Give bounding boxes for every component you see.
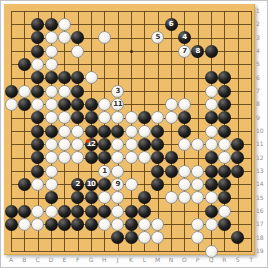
black-stone[interactable] (5, 218, 18, 231)
black-stone[interactable] (85, 98, 98, 111)
white-stone[interactable] (191, 138, 204, 151)
white-stone[interactable] (45, 205, 58, 218)
white-stone[interactable] (71, 138, 84, 151)
row-label: 11 (256, 141, 268, 147)
row-label: 13 (256, 168, 268, 174)
black-stone[interactable] (151, 178, 164, 191)
black-stone[interactable] (31, 165, 44, 178)
white-stone[interactable] (58, 138, 71, 151)
white-stone[interactable] (111, 205, 124, 218)
white-stone[interactable] (178, 98, 191, 111)
white-stone[interactable] (138, 151, 151, 164)
row-label: 6 (256, 75, 268, 81)
black-stone[interactable] (231, 165, 244, 178)
star-point (130, 50, 133, 53)
white-stone[interactable] (125, 125, 138, 138)
black-stone[interactable] (18, 58, 31, 71)
white-stone[interactable] (45, 165, 58, 178)
black-stone[interactable] (71, 218, 84, 231)
white-stone[interactable] (125, 111, 138, 124)
white-stone[interactable] (191, 218, 204, 231)
move-number: 9 (115, 181, 119, 188)
black-stone[interactable] (125, 231, 138, 244)
row-label: 18 (256, 235, 268, 241)
white-stone[interactable] (45, 178, 58, 191)
black-stone[interactable] (18, 205, 31, 218)
white-stone[interactable] (138, 125, 151, 138)
black-stone[interactable] (138, 111, 151, 124)
black-stone[interactable]: 2 (71, 178, 84, 191)
row-label: 16 (256, 208, 268, 214)
column-label: J (113, 257, 123, 263)
row-label: 4 (256, 48, 268, 54)
white-stone[interactable] (178, 138, 191, 151)
white-stone[interactable] (178, 178, 191, 191)
white-stone[interactable] (98, 111, 111, 124)
move-number: 8 (195, 48, 199, 55)
white-stone[interactable] (45, 45, 58, 58)
black-stone[interactable] (45, 71, 58, 84)
row-label: 3 (256, 35, 268, 41)
white-stone[interactable] (191, 178, 204, 191)
white-stone[interactable] (98, 218, 111, 231)
black-stone[interactable] (218, 218, 231, 231)
white-stone[interactable] (205, 218, 218, 231)
move-number: 5 (155, 34, 159, 41)
column-label: R (219, 257, 229, 263)
black-stone[interactable] (58, 98, 71, 111)
column-label: E (59, 257, 69, 263)
row-label: 17 (256, 221, 268, 227)
column-label: O (179, 257, 189, 263)
white-stone[interactable] (165, 111, 178, 124)
black-stone[interactable] (85, 191, 98, 204)
black-stone[interactable] (45, 218, 58, 231)
black-stone[interactable] (31, 85, 44, 98)
column-label: T (246, 257, 256, 263)
white-stone[interactable] (165, 191, 178, 204)
column-label: A (6, 257, 16, 263)
white-stone[interactable] (58, 151, 71, 164)
black-stone[interactable] (58, 71, 71, 84)
move-number: 3 (115, 88, 119, 95)
column-label: Q (206, 257, 216, 263)
black-stone[interactable] (71, 98, 84, 111)
column-label: N (166, 257, 176, 263)
white-stone[interactable] (125, 151, 138, 164)
row-label: 7 (256, 88, 268, 94)
row-label: 19 (256, 248, 268, 254)
white-stone[interactable] (138, 218, 151, 231)
black-stone[interactable] (98, 138, 111, 151)
row-label: 2 (256, 21, 268, 27)
black-stone[interactable] (138, 191, 151, 204)
white-stone[interactable] (98, 191, 111, 204)
white-stone[interactable] (205, 138, 218, 151)
row-label: 12 (256, 155, 268, 161)
white-stone[interactable] (31, 218, 44, 231)
white-stone[interactable] (58, 18, 71, 31)
black-stone[interactable] (218, 178, 231, 191)
white-stone[interactable] (218, 138, 231, 151)
move-number: 6 (169, 21, 173, 28)
column-label: F (73, 257, 83, 263)
black-stone[interactable] (58, 218, 71, 231)
black-stone[interactable] (45, 125, 58, 138)
white-stone[interactable] (111, 218, 124, 231)
black-stone[interactable] (218, 98, 231, 111)
white-stone[interactable]: 7 (178, 45, 191, 58)
black-stone[interactable]: 12 (85, 138, 98, 151)
white-stone[interactable] (45, 98, 58, 111)
black-stone[interactable] (178, 111, 191, 124)
white-stone[interactable] (111, 138, 124, 151)
white-stone[interactable] (18, 85, 31, 98)
white-stone[interactable] (31, 98, 44, 111)
black-stone[interactable] (205, 205, 218, 218)
row-label: 10 (256, 128, 268, 134)
white-stone[interactable] (45, 151, 58, 164)
move-number: 2 (75, 181, 79, 188)
white-stone[interactable] (18, 218, 31, 231)
black-stone[interactable] (31, 45, 44, 58)
white-stone[interactable] (31, 205, 44, 218)
black-stone[interactable] (71, 205, 84, 218)
white-stone[interactable] (205, 191, 218, 204)
black-stone[interactable] (5, 205, 18, 218)
white-stone[interactable] (58, 85, 71, 98)
column-label: M (153, 257, 163, 263)
white-stone[interactable] (178, 165, 191, 178)
black-stone[interactable] (45, 18, 58, 31)
black-stone[interactable] (231, 138, 244, 151)
black-stone[interactable] (85, 218, 98, 231)
move-number: 1 (102, 168, 106, 175)
white-stone[interactable] (125, 138, 138, 151)
black-stone[interactable] (205, 178, 218, 191)
black-stone[interactable] (98, 125, 111, 138)
white-stone[interactable] (191, 165, 204, 178)
black-stone[interactable] (31, 138, 44, 151)
black-stone[interactable] (218, 191, 231, 204)
black-stone[interactable] (218, 111, 231, 124)
black-stone[interactable] (178, 125, 191, 138)
white-stone[interactable] (218, 151, 231, 164)
black-stone[interactable] (165, 165, 178, 178)
white-stone[interactable] (45, 111, 58, 124)
white-stone[interactable]: 3 (111, 85, 124, 98)
white-stone[interactable] (98, 98, 111, 111)
white-stone[interactable] (151, 218, 164, 231)
row-label: 1 (256, 8, 268, 14)
black-stone[interactable] (31, 125, 44, 138)
black-stone[interactable] (165, 151, 178, 164)
go-board-screenshot: 654783111212109 123456789101112131415161… (0, 0, 268, 268)
black-stone[interactable]: 8 (191, 45, 204, 58)
white-stone[interactable] (45, 85, 58, 98)
white-stone[interactable] (45, 31, 58, 44)
white-stone[interactable] (205, 85, 218, 98)
black-stone[interactable] (218, 165, 231, 178)
white-stone[interactable] (45, 138, 58, 151)
white-stone[interactable] (71, 125, 84, 138)
row-label: 8 (256, 101, 268, 107)
black-stone[interactable] (205, 71, 218, 84)
black-stone[interactable] (98, 205, 111, 218)
white-stone[interactable] (58, 125, 71, 138)
black-stone[interactable] (151, 125, 164, 138)
black-stone[interactable] (18, 178, 31, 191)
white-stone[interactable] (31, 178, 44, 191)
column-label: G (86, 257, 96, 263)
move-number: 4 (182, 34, 186, 41)
column-label: K (126, 257, 136, 263)
black-stone[interactable]: 10 (85, 178, 98, 191)
black-stone[interactable] (205, 151, 218, 164)
black-stone[interactable] (151, 138, 164, 151)
black-stone[interactable] (85, 205, 98, 218)
white-stone[interactable] (98, 31, 111, 44)
white-stone[interactable] (5, 98, 18, 111)
column-label: P (193, 257, 203, 263)
black-stone[interactable] (125, 205, 138, 218)
white-stone[interactable] (138, 231, 151, 244)
column-label: S (233, 257, 243, 263)
white-stone[interactable] (31, 58, 44, 71)
column-label: H (99, 257, 109, 263)
white-stone[interactable]: 9 (111, 178, 124, 191)
black-stone[interactable] (98, 178, 111, 191)
column-label: B (19, 257, 29, 263)
column-label: L (139, 257, 149, 263)
black-stone[interactable] (205, 111, 218, 124)
black-stone[interactable] (18, 98, 31, 111)
row-label: 15 (256, 195, 268, 201)
white-stone[interactable] (205, 98, 218, 111)
move-number: 11 (113, 101, 122, 108)
black-stone[interactable] (218, 125, 231, 138)
white-stone[interactable] (45, 58, 58, 71)
white-stone[interactable]: 11 (111, 98, 124, 111)
black-stone[interactable]: 6 (165, 18, 178, 31)
last-move-marker (86, 139, 90, 143)
white-stone[interactable]: 1 (98, 165, 111, 178)
black-stone[interactable] (85, 151, 98, 164)
white-stone[interactable] (111, 165, 124, 178)
black-stone[interactable] (111, 125, 124, 138)
black-stone[interactable] (205, 165, 218, 178)
black-stone[interactable] (45, 191, 58, 204)
black-stone[interactable] (125, 218, 138, 231)
black-stone[interactable] (85, 111, 98, 124)
white-stone[interactable] (165, 98, 178, 111)
black-stone[interactable] (138, 205, 151, 218)
white-stone[interactable] (71, 45, 84, 58)
black-stone[interactable] (71, 85, 84, 98)
black-stone[interactable] (31, 18, 44, 31)
black-stone[interactable] (85, 125, 98, 138)
black-stone[interactable] (205, 45, 218, 58)
white-stone[interactable] (218, 205, 231, 218)
black-stone[interactable] (98, 151, 111, 164)
column-label: C (33, 257, 43, 263)
white-stone[interactable] (58, 31, 71, 44)
white-stone[interactable] (85, 71, 98, 84)
white-stone[interactable] (178, 191, 191, 204)
white-stone[interactable] (205, 125, 218, 138)
black-stone[interactable] (5, 85, 18, 98)
row-label: 9 (256, 115, 268, 121)
row-label: 5 (256, 61, 268, 67)
black-stone[interactable] (218, 85, 231, 98)
move-number: 7 (182, 48, 186, 55)
black-stone[interactable] (138, 138, 151, 151)
row-label: 14 (256, 181, 268, 187)
white-stone[interactable] (58, 111, 71, 124)
black-stone[interactable]: 4 (178, 31, 191, 44)
white-stone[interactable] (125, 178, 138, 191)
column-label: D (46, 257, 56, 263)
move-number: 10 (87, 181, 96, 188)
black-stone[interactable] (58, 205, 71, 218)
go-board[interactable]: 654783111212109 (4, 4, 255, 255)
black-stone[interactable] (151, 165, 164, 178)
black-stone[interactable] (218, 71, 231, 84)
